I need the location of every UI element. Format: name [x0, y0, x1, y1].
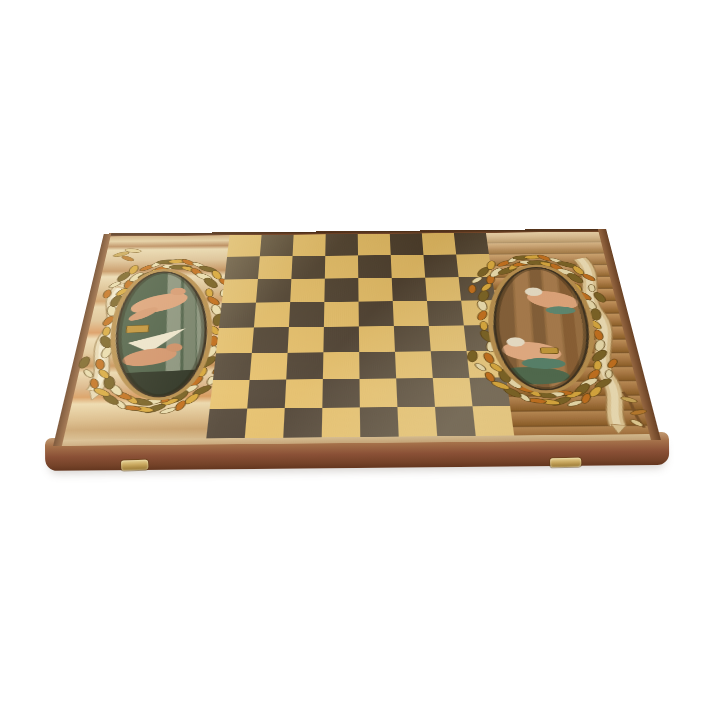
square-f5: [393, 301, 429, 326]
square-f3: [395, 351, 433, 378]
square-b3: [250, 353, 288, 380]
square-h8: [454, 233, 489, 255]
brass-clasp-left: [121, 460, 148, 471]
square-g8: [422, 233, 456, 255]
square-f1: [397, 407, 437, 437]
square-a5: [219, 303, 256, 328]
square-e1: [360, 407, 399, 437]
square-d7: [325, 256, 358, 279]
square-c3: [286, 352, 323, 379]
square-a2: [210, 380, 250, 409]
board-case: [0, 0, 709, 709]
photo-of-game-case: [0, 0, 709, 709]
square-e7: [358, 255, 392, 278]
square-g4: [429, 325, 467, 351]
square-h2: [469, 378, 510, 407]
square-d2: [322, 379, 360, 408]
square-c4: [288, 327, 324, 353]
square-b5: [254, 302, 290, 327]
square-b2: [247, 380, 286, 409]
left-panel-art: [63, 235, 229, 440]
square-b4: [252, 327, 289, 353]
square-c6: [290, 278, 325, 302]
square-f4: [394, 326, 431, 352]
square-e8: [358, 234, 391, 256]
square-f6: [392, 277, 427, 301]
square-f7: [391, 255, 425, 278]
square-h1: [473, 406, 515, 436]
square-d3: [323, 352, 360, 379]
brass-clasp-right: [550, 458, 581, 468]
square-b7: [258, 256, 293, 279]
square-f8: [390, 233, 424, 255]
square-c7: [291, 256, 325, 279]
case-lid: [53, 229, 661, 446]
square-d4: [323, 326, 359, 352]
square-d5: [324, 302, 359, 327]
square-a6: [222, 279, 258, 303]
square-a8: [227, 235, 262, 257]
square-g2: [433, 378, 473, 407]
square-c1: [283, 408, 322, 438]
square-a3: [213, 353, 252, 380]
square-e3: [359, 352, 396, 379]
square-d1: [322, 407, 360, 437]
square-g5: [427, 301, 464, 326]
square-e6: [358, 278, 392, 302]
square-e4: [359, 326, 395, 352]
square-b6: [256, 279, 291, 303]
square-c8: [293, 234, 326, 256]
square-b1: [245, 408, 285, 438]
square-a4: [216, 327, 254, 353]
square-g1: [435, 406, 476, 436]
square-f2: [396, 378, 435, 407]
square-c2: [285, 379, 323, 408]
left-decor-panel: [63, 235, 229, 440]
square-e5: [359, 301, 394, 326]
square-d8: [325, 234, 358, 256]
square-g7: [423, 255, 458, 278]
square-b8: [260, 235, 294, 257]
square-g3: [431, 351, 470, 378]
lid-surface: [53, 229, 661, 446]
square-g6: [425, 277, 461, 301]
square-d6: [324, 278, 358, 302]
chessboard: [206, 233, 514, 439]
square-a7: [224, 257, 259, 280]
square-e2: [360, 379, 398, 408]
square-a1: [206, 408, 247, 438]
sprig-top-left: [110, 248, 142, 262]
square-c5: [289, 302, 324, 327]
